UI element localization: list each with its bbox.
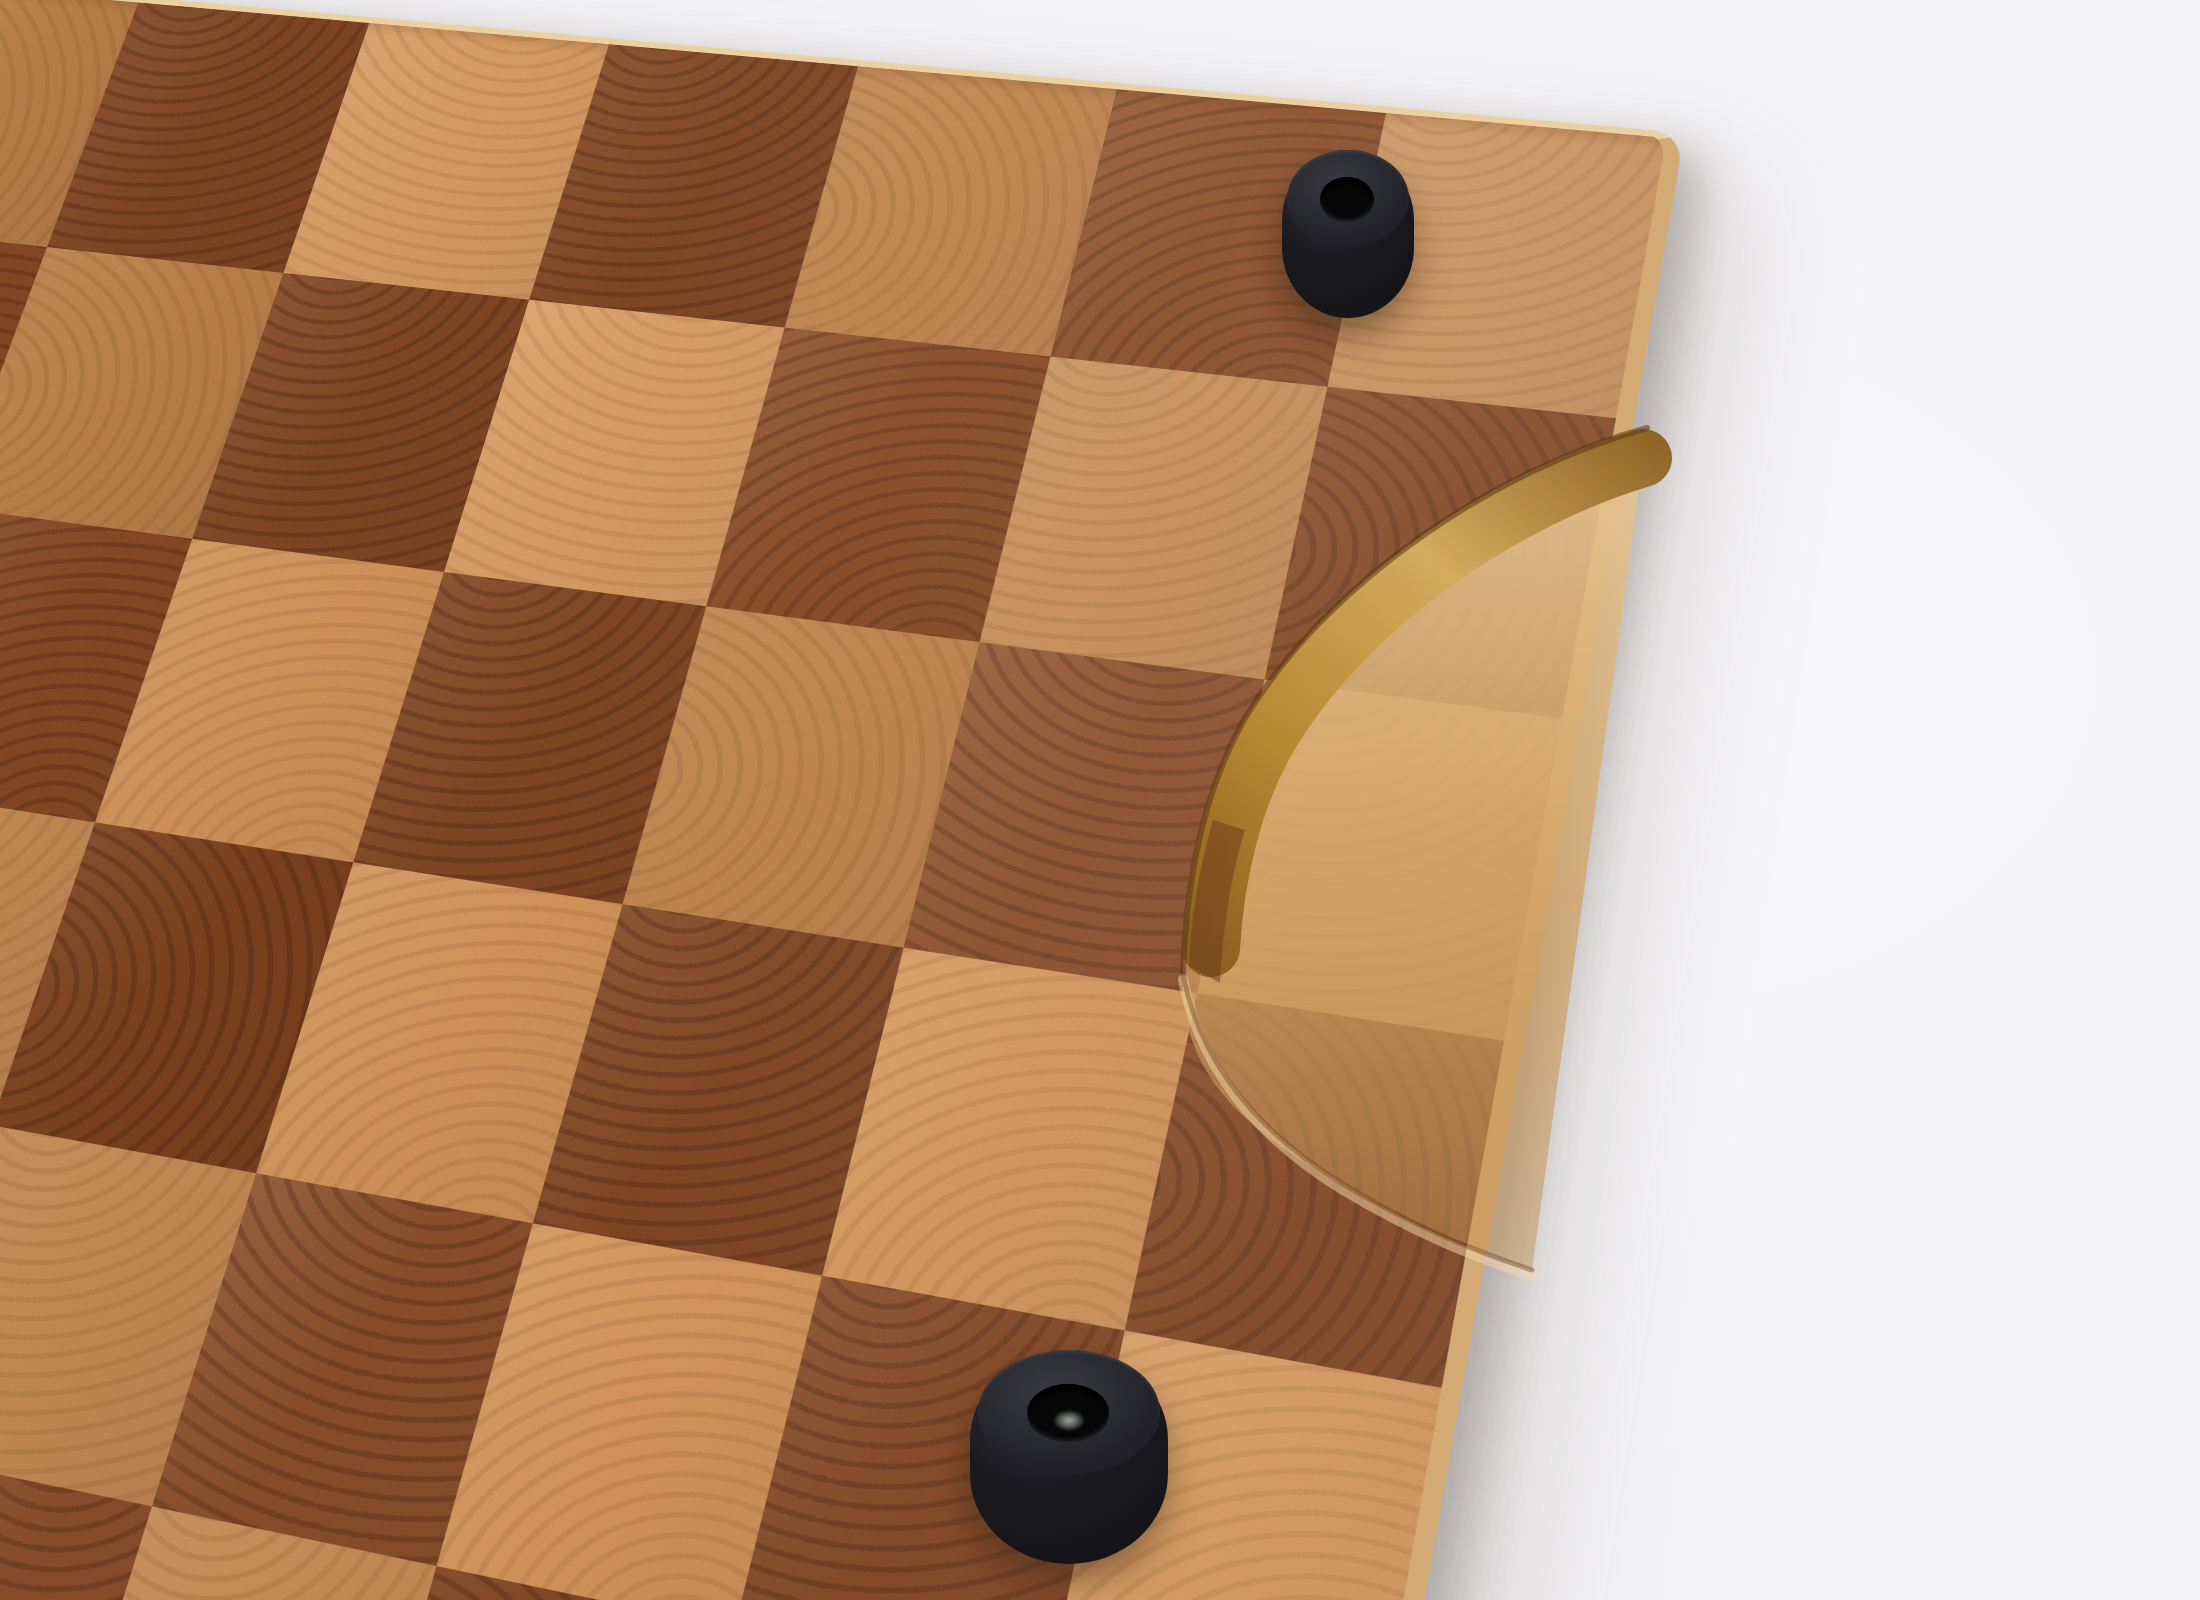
screw-head-glint [1053,1410,1085,1431]
feet-layer [0,0,2200,1600]
rubber-foot [970,1350,1168,1564]
rubber-foot [1282,150,1414,318]
photo-backdrop [0,0,2200,1600]
